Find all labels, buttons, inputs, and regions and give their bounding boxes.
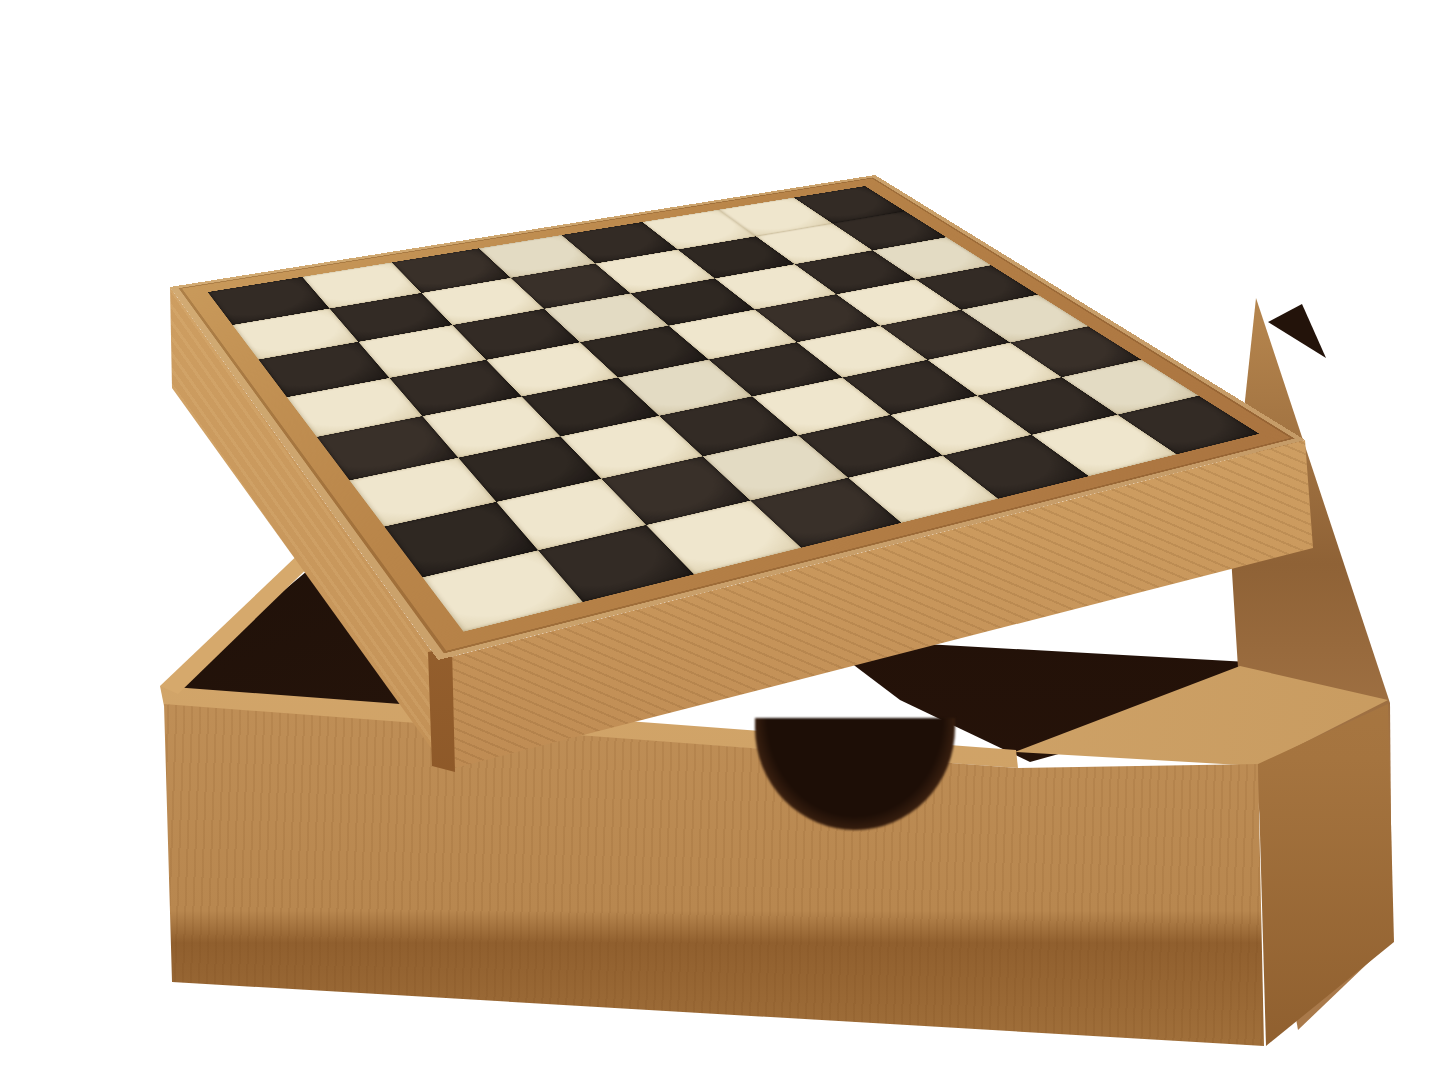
product-photo-chess-box: [0, 0, 1445, 1084]
